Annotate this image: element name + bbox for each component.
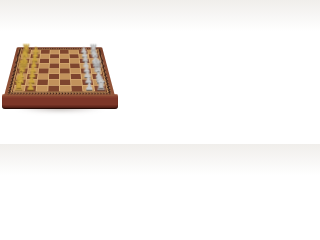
square[interactable] — [37, 80, 48, 86]
square[interactable] — [71, 86, 82, 92]
square[interactable] — [40, 59, 50, 63]
square[interactable] — [60, 59, 69, 63]
woven-trim-band: ♜♟♟♜♞♟♟♞♝♟♟♝♚♟♟♚♛♟♟♛♝♟♟♝♞♟♟♞♜♟♟♜ — [7, 48, 111, 94]
piece-silver-rook[interactable]: ♜ — [95, 79, 106, 92]
square[interactable] — [70, 69, 80, 74]
square[interactable] — [50, 59, 59, 63]
piece-gold-rook[interactable]: ♜ — [13, 79, 24, 92]
square[interactable] — [49, 74, 59, 79]
square[interactable]: ♟ — [25, 86, 36, 92]
board-margin: ♜♟♟♜♞♟♟♞♝♟♟♝♚♟♟♚♛♟♟♛♝♟♟♝♞♟♟♞♜♟♟♜ — [11, 49, 108, 92]
square[interactable] — [60, 86, 71, 92]
square[interactable] — [70, 54, 79, 58]
piece-gold-pawn[interactable]: ♟ — [26, 82, 35, 92]
square[interactable] — [39, 69, 49, 74]
square[interactable] — [71, 80, 82, 86]
square[interactable] — [49, 80, 59, 86]
square[interactable] — [60, 80, 70, 86]
square[interactable] — [37, 86, 48, 92]
square[interactable] — [70, 64, 80, 69]
square[interactable] — [39, 64, 49, 69]
square[interactable] — [60, 69, 70, 74]
square[interactable] — [70, 59, 80, 63]
square[interactable] — [60, 64, 70, 69]
square[interactable] — [49, 69, 59, 74]
square[interactable] — [71, 74, 81, 79]
square[interactable] — [50, 54, 59, 58]
square[interactable]: ♟ — [83, 86, 94, 92]
chess-board: ♜♟♟♜♞♟♟♞♝♟♟♝♚♟♟♚♛♟♟♛♝♟♟♝♞♟♟♞♜♟♟♜ — [4, 47, 115, 96]
leather-border: ♜♟♟♜♞♟♟♞♝♟♟♝♚♟♟♚♛♟♟♛♝♟♟♝♞♟♟♞♜♟♟♜ — [4, 47, 115, 96]
square[interactable] — [60, 54, 69, 58]
square[interactable] — [38, 74, 48, 79]
square[interactable] — [48, 86, 59, 92]
case-front-panel — [2, 94, 118, 109]
square[interactable]: ♜ — [94, 86, 106, 92]
piece-silver-pawn[interactable]: ♟ — [84, 82, 93, 92]
square[interactable] — [40, 54, 49, 58]
square[interactable] — [50, 64, 60, 69]
square[interactable] — [60, 74, 70, 79]
board-grid: ♜♟♟♜♞♟♟♞♝♟♟♝♚♟♟♚♛♟♟♛♝♟♟♝♞♟♟♞♜♟♟♜ — [13, 50, 106, 92]
square[interactable]: ♜ — [13, 86, 25, 92]
chess-set-photo: ♜♟♟♜♞♟♟♞♝♟♟♝♚♟♟♚♛♟♟♛♝♟♟♝♞♟♟♞♜♟♟♜ — [0, 0, 120, 144]
